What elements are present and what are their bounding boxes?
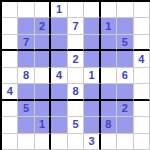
cell-r2c2[interactable] [18,18,34,34]
cell-r1c1[interactable] [2,2,18,18]
cell-r2c7[interactable]: 1 [101,18,117,34]
cell-r9c7[interactable] [101,134,117,150]
cell-r8c1[interactable] [2,117,18,133]
cell-r3c8[interactable]: 5 [117,35,133,51]
cell-r6c1[interactable]: 4 [2,84,18,100]
cell-r3c9[interactable] [134,35,150,51]
cell-r1c6[interactable] [84,2,100,18]
cell-r6c7[interactable] [101,84,117,100]
cell-r3c6[interactable] [84,35,100,51]
sudoku-board: 12717524841648521583 [0,0,150,150]
cell-r9c2[interactable] [18,134,34,150]
cell-r1c2[interactable] [18,2,34,18]
cell-r6c5[interactable]: 8 [68,84,84,100]
cell-r7c4[interactable] [51,101,67,117]
cell-r6c6[interactable] [84,84,100,100]
cell-r5c3[interactable] [35,68,51,84]
cell-r4c6[interactable] [84,51,100,67]
cell-r3c7[interactable] [101,35,117,51]
cell-r8c6[interactable] [84,117,100,133]
cell-r5c7[interactable] [101,68,117,84]
cell-r8c8[interactable] [117,117,133,133]
cell-r4c7[interactable] [101,51,117,67]
cell-r5c5[interactable] [68,68,84,84]
cell-r6c2[interactable] [18,84,34,100]
cell-r5c6[interactable]: 1 [84,68,100,84]
cell-r7c7[interactable] [101,101,117,117]
cell-r7c6[interactable] [84,101,100,117]
cell-r1c8[interactable] [117,2,133,18]
cell-r9c5[interactable] [68,134,84,150]
cell-r9c1[interactable] [2,134,18,150]
cell-r1c4[interactable]: 1 [51,2,67,18]
cell-r5c4[interactable]: 4 [51,68,67,84]
cell-r1c5[interactable] [68,2,84,18]
cell-r5c2[interactable]: 8 [18,68,34,84]
cell-r4c2[interactable] [18,51,34,67]
cell-r8c7[interactable]: 8 [101,117,117,133]
cell-r6c8[interactable] [117,84,133,100]
cell-r2c8[interactable] [117,18,133,34]
cell-r4c3[interactable] [35,51,51,67]
cell-r7c8[interactable]: 2 [117,101,133,117]
cell-r3c3[interactable] [35,35,51,51]
cell-r8c3[interactable]: 1 [35,117,51,133]
cell-r9c9[interactable] [134,134,150,150]
cell-r1c9[interactable] [134,2,150,18]
cell-r4c9[interactable]: 4 [134,51,150,67]
cell-r7c5[interactable] [68,101,84,117]
cell-r2c5[interactable]: 7 [68,18,84,34]
cell-r3c2[interactable]: 7 [18,35,34,51]
cell-r9c6[interactable]: 3 [84,134,100,150]
cell-r9c3[interactable] [35,134,51,150]
cell-r4c4[interactable] [51,51,67,67]
cell-r2c1[interactable] [2,18,18,34]
cell-r8c5[interactable]: 5 [68,117,84,133]
cell-r7c9[interactable] [134,101,150,117]
cell-r2c9[interactable] [134,18,150,34]
cell-r8c4[interactable] [51,117,67,133]
cell-r2c4[interactable] [51,18,67,34]
cell-r8c9[interactable] [134,117,150,133]
cell-r5c9[interactable] [134,68,150,84]
cell-r7c1[interactable] [2,101,18,117]
cell-r5c8[interactable]: 6 [117,68,133,84]
cell-r6c3[interactable] [35,84,51,100]
cell-r6c9[interactable] [134,84,150,100]
cell-r2c3[interactable]: 2 [35,18,51,34]
cell-r3c4[interactable] [51,35,67,51]
cell-r7c3[interactable] [35,101,51,117]
cell-r4c5[interactable]: 2 [68,51,84,67]
cell-r4c1[interactable] [2,51,18,67]
cell-r5c1[interactable] [2,68,18,84]
cell-r1c3[interactable] [35,2,51,18]
cell-r3c5[interactable] [68,35,84,51]
cell-r1c7[interactable] [101,2,117,18]
cell-r8c2[interactable] [18,117,34,133]
cell-r6c4[interactable] [51,84,67,100]
cell-r9c8[interactable] [117,134,133,150]
cell-r2c6[interactable] [84,18,100,34]
cell-r3c1[interactable] [2,35,18,51]
cell-r7c2[interactable]: 5 [18,101,34,117]
cell-r9c4[interactable] [51,134,67,150]
cell-r4c8[interactable] [117,51,133,67]
